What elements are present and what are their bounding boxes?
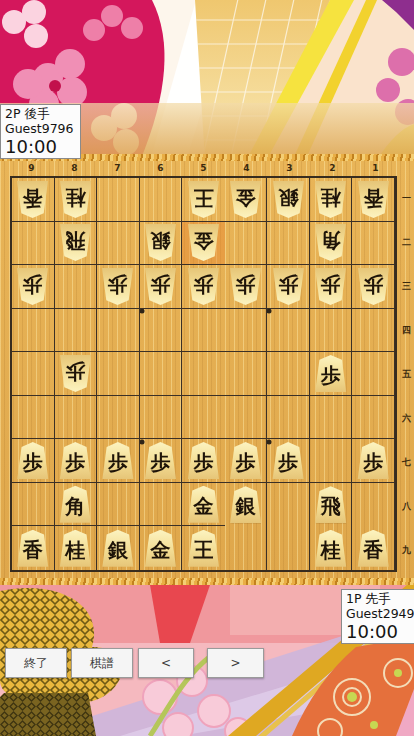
square-5-1[interactable]: 王 (182, 178, 225, 222)
square-7-2[interactable] (97, 222, 140, 266)
square-9-5[interactable] (12, 352, 55, 396)
square-4-6[interactable] (225, 396, 268, 440)
square-1-4[interactable] (352, 309, 395, 353)
rank-label-7: 七 (399, 440, 414, 484)
square-9-4[interactable] (12, 309, 55, 353)
file-label-2: 2 (311, 162, 354, 175)
piece-gote-歩: 歩 (187, 268, 220, 305)
file-label-3: 3 (268, 162, 311, 175)
piece-sente-金: 金 (144, 530, 177, 567)
square-2-4[interactable] (310, 309, 353, 353)
file-label-6: 6 (139, 162, 182, 175)
square-4-7[interactable]: 歩 (225, 439, 268, 483)
piece-sente-歩: 歩 (272, 442, 305, 479)
square-9-1[interactable]: 香 (12, 178, 55, 222)
player-clock: 10:00 (346, 622, 414, 642)
square-5-3[interactable]: 歩 (182, 265, 225, 309)
square-6-9[interactable]: 金 (140, 526, 183, 570)
piece-gote-歩: 歩 (314, 268, 347, 305)
square-8-2[interactable]: 飛 (55, 222, 98, 266)
square-1-8[interactable] (352, 483, 395, 527)
file-label-4: 4 (225, 162, 268, 175)
piece-sente-歩: 歩 (314, 355, 347, 392)
piece-sente-金: 金 (187, 486, 220, 523)
square-9-9[interactable]: 香 (12, 526, 55, 570)
square-6-4[interactable] (140, 309, 183, 353)
square-7-7[interactable]: 歩 (97, 439, 140, 483)
file-label-8: 8 (53, 162, 96, 175)
piece-gote-香: 香 (16, 181, 49, 218)
square-1-9[interactable]: 香 (352, 526, 395, 570)
square-8-6[interactable] (55, 396, 98, 440)
rank-label-9: 九 (399, 528, 414, 572)
piece-sente-歩: 歩 (59, 442, 92, 479)
square-6-2[interactable]: 銀 (140, 222, 183, 266)
square-1-7[interactable]: 歩 (352, 439, 395, 483)
square-9-7[interactable]: 歩 (12, 439, 55, 483)
piece-sente-桂: 桂 (314, 530, 347, 567)
piece-gote-歩: 歩 (16, 268, 49, 305)
piece-gote-飛: 飛 (59, 224, 92, 261)
square-4-5[interactable] (225, 352, 268, 396)
piece-gote-歩: 歩 (272, 268, 305, 305)
square-6-8[interactable] (140, 483, 183, 527)
square-8-4[interactable] (55, 309, 98, 353)
piece-sente-桂: 桂 (59, 530, 92, 567)
player-name: Guest2949 (346, 606, 414, 621)
square-4-2[interactable] (225, 222, 268, 266)
piece-gote-桂: 桂 (314, 181, 347, 218)
square-9-6[interactable] (12, 396, 55, 440)
square-7-8[interactable] (97, 483, 140, 527)
rank-label-2: 二 (399, 220, 414, 264)
piece-gote-桂: 桂 (59, 181, 92, 218)
piece-sente-歩: 歩 (16, 442, 49, 479)
square-1-3[interactable]: 歩 (352, 265, 395, 309)
square-9-2[interactable] (12, 222, 55, 266)
square-6-7[interactable]: 歩 (140, 439, 183, 483)
square-7-1[interactable] (97, 178, 140, 222)
square-7-4[interactable] (97, 309, 140, 353)
board-grid: 香桂王金銀桂香飛銀金角歩歩歩歩歩歩歩歩歩歩歩歩歩歩歩歩歩歩角金銀飛香桂銀金王桂香 (10, 176, 397, 572)
square-4-9[interactable] (225, 526, 268, 570)
piece-sente-飛: 飛 (314, 486, 347, 523)
square-8-8[interactable]: 角 (55, 483, 98, 527)
piece-sente-角: 角 (59, 486, 92, 523)
square-7-6[interactable] (97, 396, 140, 440)
piece-gote-銀: 銀 (144, 224, 177, 261)
file-label-9: 9 (10, 162, 53, 175)
square-3-8[interactable] (267, 483, 310, 527)
piece-gote-香: 香 (357, 181, 390, 218)
piece-gote-歩: 歩 (357, 268, 390, 305)
player-role: 2P 後手 (5, 106, 74, 121)
square-3-5[interactable] (267, 352, 310, 396)
square-4-4[interactable] (225, 309, 268, 353)
prev-move-button[interactable]: < (138, 648, 194, 678)
square-1-1[interactable]: 香 (352, 178, 395, 222)
square-3-3[interactable]: 歩 (267, 265, 310, 309)
square-2-8[interactable]: 飛 (310, 483, 353, 527)
shogi-app: 987654321 一二三四五六七八九 香桂王金銀桂香飛銀金角歩歩歩歩歩歩歩歩歩… (0, 0, 414, 736)
square-7-3[interactable]: 歩 (97, 265, 140, 309)
square-6-5[interactable] (140, 352, 183, 396)
player-clock: 10:00 (5, 137, 74, 157)
square-2-7[interactable] (310, 439, 353, 483)
rank-label-6: 六 (399, 396, 414, 440)
square-9-8[interactable] (12, 483, 55, 527)
piece-sente-香: 香 (357, 530, 390, 567)
square-3-2[interactable] (267, 222, 310, 266)
square-2-2[interactable]: 角 (310, 222, 353, 266)
quit-button[interactable]: 終了 (5, 648, 67, 678)
square-5-6[interactable] (182, 396, 225, 440)
board-bottom-frame (0, 578, 414, 585)
square-5-4[interactable] (182, 309, 225, 353)
piece-gote-歩: 歩 (144, 268, 177, 305)
player-panel-gote: 2P 後手 Guest9796 10:00 (0, 104, 81, 159)
square-8-7[interactable]: 歩 (55, 439, 98, 483)
square-5-8[interactable]: 金 (182, 483, 225, 527)
piece-gote-金: 金 (229, 181, 262, 218)
square-1-2[interactable] (352, 222, 395, 266)
piece-gote-銀: 銀 (272, 181, 305, 218)
square-2-1[interactable]: 桂 (310, 178, 353, 222)
square-7-5[interactable] (97, 352, 140, 396)
piece-gote-金: 金 (187, 224, 220, 261)
square-6-6[interactable] (140, 396, 183, 440)
square-1-5[interactable] (352, 352, 395, 396)
square-8-3[interactable] (55, 265, 98, 309)
piece-gote-王: 王 (187, 181, 220, 218)
square-3-4[interactable] (267, 309, 310, 353)
square-6-3[interactable]: 歩 (140, 265, 183, 309)
square-5-2[interactable]: 金 (182, 222, 225, 266)
square-9-3[interactable]: 歩 (12, 265, 55, 309)
rank-label-1: 一 (399, 176, 414, 220)
piece-sente-歩: 歩 (101, 442, 134, 479)
piece-sente-歩: 歩 (187, 442, 220, 479)
square-5-5[interactable] (182, 352, 225, 396)
square-2-9[interactable]: 桂 (310, 526, 353, 570)
square-4-1[interactable]: 金 (225, 178, 268, 222)
square-3-7[interactable]: 歩 (267, 439, 310, 483)
file-label-5: 5 (182, 162, 225, 175)
square-6-1[interactable] (140, 178, 183, 222)
player-panel-sente: 1P 先手 Guest2949 10:00 (341, 589, 414, 644)
player-role: 1P 先手 (346, 591, 414, 606)
piece-gote-歩: 歩 (229, 268, 262, 305)
file-label-1: 1 (354, 162, 397, 175)
square-5-7[interactable]: 歩 (182, 439, 225, 483)
next-move-button[interactable]: > (207, 648, 264, 678)
piece-gote-歩: 歩 (59, 355, 92, 392)
square-8-9[interactable]: 桂 (55, 526, 98, 570)
shogi-board: 987654321 一二三四五六七八九 香桂王金銀桂香飛銀金角歩歩歩歩歩歩歩歩歩… (0, 161, 414, 578)
square-2-5[interactable]: 歩 (310, 352, 353, 396)
piece-sente-歩: 歩 (144, 442, 177, 479)
square-8-1[interactable]: 桂 (55, 178, 98, 222)
piece-sente-歩: 歩 (229, 442, 262, 479)
square-3-6[interactable] (267, 396, 310, 440)
square-5-9[interactable]: 王 (182, 526, 225, 570)
square-3-1[interactable]: 銀 (267, 178, 310, 222)
rank-label-3: 三 (399, 264, 414, 308)
rank-labels: 一二三四五六七八九 (399, 176, 414, 572)
piece-sente-歩: 歩 (357, 442, 390, 479)
square-1-6[interactable] (352, 396, 395, 440)
piece-sente-銀: 銀 (101, 530, 134, 567)
piece-sente-王: 王 (187, 530, 220, 567)
game-record-button[interactable]: 棋譜 (71, 648, 133, 678)
piece-sente-銀: 銀 (229, 486, 262, 523)
square-4-8[interactable]: 銀 (225, 483, 268, 527)
file-labels: 987654321 (10, 162, 397, 175)
player-name: Guest9796 (5, 121, 74, 136)
rank-label-5: 五 (399, 352, 414, 396)
piece-gote-角: 角 (314, 224, 347, 261)
rank-label-4: 四 (399, 308, 414, 352)
square-4-3[interactable]: 歩 (225, 265, 268, 309)
rank-label-8: 八 (399, 484, 414, 528)
file-label-7: 7 (96, 162, 139, 175)
square-2-3[interactable]: 歩 (310, 265, 353, 309)
piece-gote-歩: 歩 (101, 268, 134, 305)
square-8-5[interactable]: 歩 (55, 352, 98, 396)
piece-sente-香: 香 (16, 530, 49, 567)
square-7-9[interactable]: 銀 (97, 526, 140, 570)
square-2-6[interactable] (310, 396, 353, 440)
square-3-9[interactable] (267, 526, 310, 570)
